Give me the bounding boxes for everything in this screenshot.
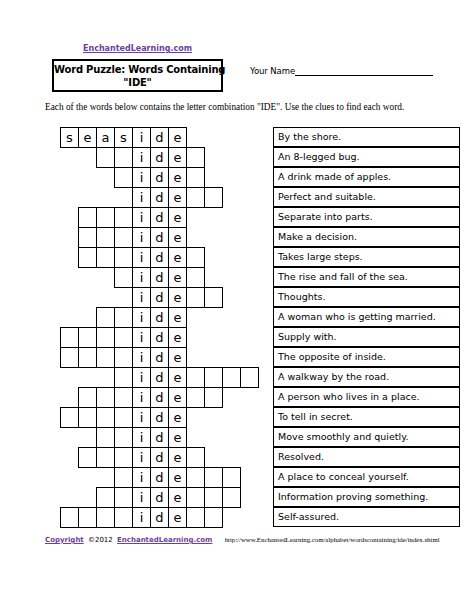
clue-box: To tell in secret. [273, 407, 460, 427]
empty-cell [114, 367, 133, 388]
copyright-year: ©2012 [88, 536, 113, 544]
letter-cell: d [150, 347, 169, 368]
footer: Copyright ©2012 EnchantedLearning.com ht… [45, 536, 440, 544]
empty-cell [114, 307, 133, 328]
empty-cell [114, 247, 133, 268]
letter-cell: i [132, 387, 151, 408]
empty-cell [186, 247, 205, 268]
empty-cell [96, 207, 115, 228]
puzzle-row: ide [132, 287, 223, 308]
letter-cell: d [150, 387, 169, 408]
empty-cell [114, 327, 133, 348]
clue-box: A walkway by the road. [273, 367, 460, 387]
empty-cell [114, 147, 133, 168]
empty-cell [78, 447, 97, 468]
empty-cell [222, 367, 241, 388]
empty-cell [204, 287, 223, 308]
empty-cell [96, 147, 115, 168]
empty-cell [96, 327, 115, 348]
letter-cell: d [150, 147, 169, 168]
clue-box: Takes large steps. [273, 247, 460, 267]
empty-cell [186, 487, 205, 508]
clue-box: Supply with. [273, 327, 460, 347]
empty-cell [114, 447, 133, 468]
footer-url: http://www.EnchantedLearning.com/alphabe… [225, 536, 440, 543]
empty-cell [114, 207, 133, 228]
empty-cell [114, 507, 133, 528]
empty-cell [114, 427, 133, 448]
puzzle-row: ide [78, 227, 187, 248]
empty-cell [96, 347, 115, 368]
letter-cell: d [150, 427, 169, 448]
empty-cell [60, 327, 79, 348]
puzzle-row: ide [78, 447, 205, 468]
instruction-text: Each of the words below contains the let… [45, 102, 404, 112]
clue-box: An 8-legged bug. [273, 147, 460, 167]
enchantedlearning-header-link[interactable]: EnchantedLearning.com [52, 44, 223, 53]
letter-cell: e [168, 267, 187, 288]
puzzle-row: ide [114, 367, 259, 388]
clue-box: Separate into parts. [273, 207, 460, 227]
letter-cell: i [132, 427, 151, 448]
letter-cell: i [132, 287, 151, 308]
letter-cell: s [114, 127, 133, 148]
clue-box: A person who lives in a place. [273, 387, 460, 407]
letter-cell: i [132, 267, 151, 288]
puzzle-row: ide [78, 247, 205, 268]
empty-cell [96, 227, 115, 248]
empty-cell [114, 467, 133, 488]
empty-cell [114, 347, 133, 368]
empty-cell [186, 467, 205, 488]
clue-box: Thoughts. [273, 287, 460, 307]
empty-cell [96, 507, 115, 528]
letter-cell: d [150, 487, 169, 508]
empty-cell [186, 367, 205, 388]
letter-cell: e [168, 167, 187, 188]
letter-cell: e [168, 487, 187, 508]
your-name-text: Your Name [250, 66, 295, 76]
empty-cell [204, 487, 223, 508]
puzzle-row: ide [96, 487, 241, 508]
letter-cell: d [150, 447, 169, 468]
empty-cell [96, 487, 115, 508]
worksheet-page: EnchantedLearning.com Word Puzzle: Words… [0, 0, 474, 613]
empty-cell [78, 347, 97, 368]
clue-box: The rise and fall of the sea. [273, 267, 460, 287]
empty-cell [204, 507, 223, 528]
puzzle-row: ide [132, 187, 223, 208]
empty-cell [114, 387, 133, 408]
clue-box: Perfect and suitable. [273, 187, 460, 207]
enchantedlearning-footer-link[interactable]: EnchantedLearning.com [117, 536, 212, 544]
empty-cell [240, 367, 259, 388]
letter-cell: d [150, 307, 169, 328]
empty-cell [78, 387, 97, 408]
letter-cell: e [168, 367, 187, 388]
letter-cell: a [96, 127, 115, 148]
letter-cell: d [150, 127, 169, 148]
empty-cell [186, 447, 205, 468]
empty-cell [204, 467, 223, 488]
letter-cell: i [132, 147, 151, 168]
letter-cell: d [150, 227, 169, 248]
letter-cell: i [132, 227, 151, 248]
empty-cell [186, 167, 205, 188]
puzzle-row: ide [60, 507, 223, 528]
page-title-line1: Word Puzzle: Words Containing [54, 63, 221, 76]
empty-cell [96, 447, 115, 468]
puzzle-row: seaside [60, 127, 187, 148]
letter-cell: d [150, 247, 169, 268]
letter-cell: e [168, 507, 187, 528]
empty-cell [78, 227, 97, 248]
empty-cell [186, 147, 205, 168]
empty-cell [186, 387, 205, 408]
empty-cell [114, 407, 133, 428]
letter-cell: e [168, 467, 187, 488]
letter-cell: d [150, 327, 169, 348]
letter-cell: e [168, 427, 187, 448]
empty-cell [186, 187, 205, 208]
empty-cell [78, 507, 97, 528]
letter-cell: d [150, 467, 169, 488]
name-blank-line [295, 66, 433, 76]
puzzle-row: ide [60, 407, 187, 428]
letter-cell: e [168, 287, 187, 308]
puzzle-row: ide [78, 387, 223, 408]
clue-box: A woman who is getting married. [273, 307, 460, 327]
copyright-link[interactable]: Copyright [45, 536, 84, 544]
empty-cell [96, 247, 115, 268]
letter-cell: i [132, 247, 151, 268]
puzzle-row: ide [96, 147, 205, 168]
letter-cell: s [60, 127, 79, 148]
empty-cell [96, 427, 115, 448]
letter-cell: i [132, 127, 151, 148]
empty-cell [114, 167, 133, 188]
letter-cell: i [132, 367, 151, 388]
empty-cell [204, 367, 223, 388]
letter-cell: i [132, 167, 151, 188]
your-name-label: Your Name [250, 66, 433, 76]
clue-box: By the shore. [273, 127, 460, 147]
letter-cell: e [168, 347, 187, 368]
letter-cell: d [150, 267, 169, 288]
clue-box: Make a decision. [273, 227, 460, 247]
empty-cell [78, 327, 97, 348]
letter-cell: e [168, 147, 187, 168]
letter-cell: i [132, 507, 151, 528]
empty-cell [204, 187, 223, 208]
clue-box: The opposite of inside. [273, 347, 460, 367]
empty-cell [78, 247, 97, 268]
empty-cell [114, 227, 133, 248]
letter-cell: e [168, 227, 187, 248]
letter-cell: e [168, 127, 187, 148]
puzzle-row: ide [96, 427, 187, 448]
letter-cell: d [150, 167, 169, 188]
letter-cell: d [150, 187, 169, 208]
letter-cell: d [150, 287, 169, 308]
clue-box: Self-assured. [273, 507, 460, 527]
empty-cell [78, 407, 97, 428]
letter-cell: d [150, 407, 169, 428]
letter-cell: e [168, 187, 187, 208]
empty-cell [60, 407, 79, 428]
clue-box: Resolved. [273, 447, 460, 467]
puzzle-row: ide [114, 267, 205, 288]
empty-cell [186, 507, 205, 528]
empty-cell [60, 347, 79, 368]
clue-box: A place to conceal yourself. [273, 467, 460, 487]
letter-cell: i [132, 447, 151, 468]
letter-cell: i [132, 307, 151, 328]
letter-cell: e [168, 387, 187, 408]
puzzle-row: ide [114, 467, 241, 488]
title-box: Word Puzzle: Words Containing "IDE" [52, 59, 223, 92]
empty-cell [186, 287, 205, 308]
empty-cell [114, 267, 133, 288]
letter-cell: d [150, 207, 169, 228]
letter-cell: e [168, 327, 187, 348]
letter-cell: e [168, 307, 187, 328]
empty-cell [96, 307, 115, 328]
letter-cell: d [150, 367, 169, 388]
letter-cell: i [132, 407, 151, 428]
letter-cell: i [132, 467, 151, 488]
letter-cell: e [168, 447, 187, 468]
empty-cell [204, 387, 223, 408]
puzzle-row: ide [60, 347, 187, 368]
letter-cell: i [132, 487, 151, 508]
letter-cell: i [132, 327, 151, 348]
letter-cell: i [132, 187, 151, 208]
letter-cell: e [168, 247, 187, 268]
letter-cell: e [78, 127, 97, 148]
puzzle-row: ide [96, 307, 187, 328]
letter-cell: e [168, 407, 187, 428]
clue-box: Information proving something. [273, 487, 460, 507]
empty-cell [222, 467, 241, 488]
empty-cell [96, 387, 115, 408]
empty-cell [222, 487, 241, 508]
empty-cell [114, 487, 133, 508]
empty-cell [186, 267, 205, 288]
puzzle-row: ide [114, 167, 205, 188]
clue-box: Move smoothly and quietly. [273, 427, 460, 447]
letter-cell: d [150, 507, 169, 528]
empty-cell [96, 407, 115, 428]
puzzle-row: ide [78, 207, 187, 228]
clue-box: A drink made of apples. [273, 167, 460, 187]
letter-cell: e [168, 207, 187, 228]
letter-cell: i [132, 207, 151, 228]
letter-cell: i [132, 347, 151, 368]
empty-cell [78, 207, 97, 228]
page-title-line2: "IDE" [54, 76, 221, 89]
empty-cell [60, 507, 79, 528]
puzzle-row: ide [60, 327, 187, 348]
